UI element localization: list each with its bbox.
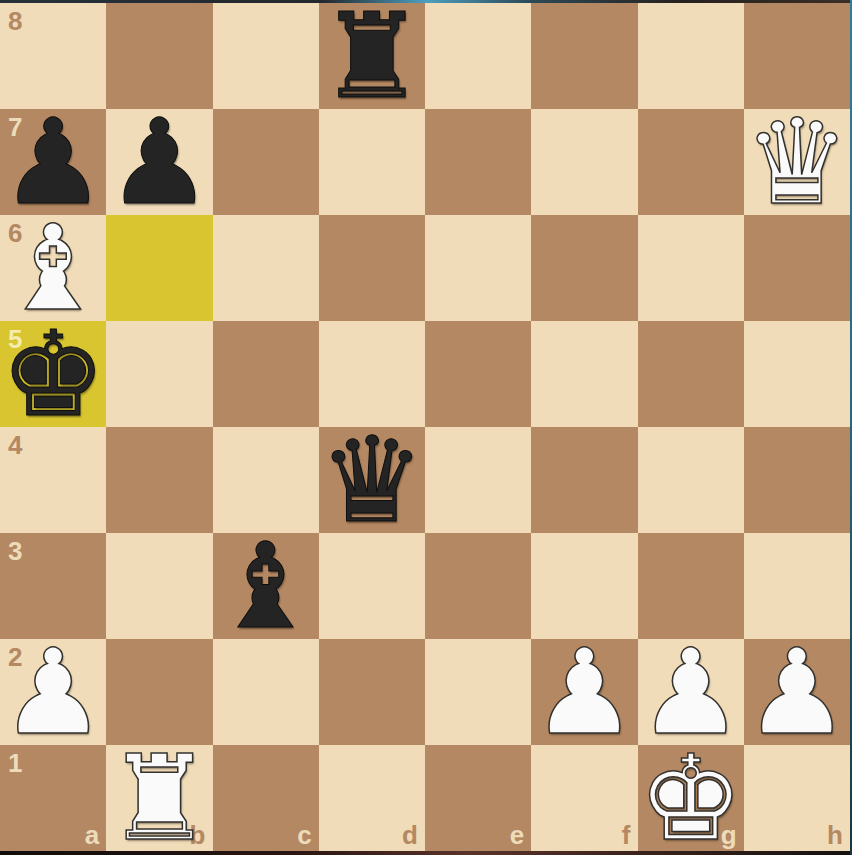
file-label-a: a <box>85 820 99 851</box>
background-bottom-strip <box>0 851 850 855</box>
file-label-h: h <box>827 820 843 851</box>
square-c1[interactable]: c <box>213 745 319 851</box>
square-b7[interactable]: ♟ <box>106 109 212 215</box>
square-f8[interactable] <box>531 3 637 109</box>
square-g1[interactable]: g♚ <box>638 745 744 851</box>
square-f1[interactable]: f <box>531 745 637 851</box>
piece-black-queen[interactable]: ♛ <box>319 427 425 533</box>
piece-white-pawn[interactable]: ♟ <box>744 639 850 745</box>
square-b6[interactable] <box>106 215 212 321</box>
square-h2[interactable]: ♟ <box>744 639 850 745</box>
square-f7[interactable] <box>531 109 637 215</box>
square-g6[interactable] <box>638 215 744 321</box>
rank-label-1: 1 <box>8 748 22 779</box>
square-g4[interactable] <box>638 427 744 533</box>
piece-black-pawn[interactable]: ♟ <box>106 109 212 215</box>
square-a5[interactable]: 5♚ <box>0 321 106 427</box>
square-e7[interactable] <box>425 109 531 215</box>
square-h7[interactable]: ♛ <box>744 109 850 215</box>
piece-white-pawn[interactable]: ♟ <box>0 639 106 745</box>
square-f4[interactable] <box>531 427 637 533</box>
square-e8[interactable] <box>425 3 531 109</box>
square-e6[interactable] <box>425 215 531 321</box>
square-e2[interactable] <box>425 639 531 745</box>
square-d4[interactable]: ♛ <box>319 427 425 533</box>
rank-label-3: 3 <box>8 536 22 567</box>
square-c7[interactable] <box>213 109 319 215</box>
square-f6[interactable] <box>531 215 637 321</box>
square-a1[interactable]: 1a <box>0 745 106 851</box>
square-d3[interactable] <box>319 533 425 639</box>
square-b4[interactable] <box>106 427 212 533</box>
square-g7[interactable] <box>638 109 744 215</box>
square-e3[interactable] <box>425 533 531 639</box>
square-b5[interactable] <box>106 321 212 427</box>
square-c3[interactable]: ♝ <box>213 533 319 639</box>
square-c5[interactable] <box>213 321 319 427</box>
square-h1[interactable]: h <box>744 745 850 851</box>
square-e4[interactable] <box>425 427 531 533</box>
file-label-d: d <box>402 820 418 851</box>
square-h6[interactable] <box>744 215 850 321</box>
square-b3[interactable] <box>106 533 212 639</box>
square-h5[interactable] <box>744 321 850 427</box>
square-f5[interactable] <box>531 321 637 427</box>
square-g8[interactable] <box>638 3 744 109</box>
piece-white-pawn[interactable]: ♟ <box>531 639 637 745</box>
square-c2[interactable] <box>213 639 319 745</box>
square-c6[interactable] <box>213 215 319 321</box>
square-c8[interactable] <box>213 3 319 109</box>
piece-white-queen[interactable]: ♛ <box>744 109 850 215</box>
screen: 8♜7♟♟♛6♝5♚4♛3♝2♟♟♟♟1ab♜cdefg♚h <box>0 0 852 855</box>
square-d8[interactable]: ♜ <box>319 3 425 109</box>
chess-board: 8♜7♟♟♛6♝5♚4♛3♝2♟♟♟♟1ab♜cdefg♚h <box>0 3 850 851</box>
square-h4[interactable] <box>744 427 850 533</box>
rank-label-4: 4 <box>8 430 22 461</box>
square-d1[interactable]: d <box>319 745 425 851</box>
piece-white-rook[interactable]: ♜ <box>106 745 212 851</box>
square-d7[interactable] <box>319 109 425 215</box>
square-f2[interactable]: ♟ <box>531 639 637 745</box>
square-g5[interactable] <box>638 321 744 427</box>
file-label-c: c <box>297 820 311 851</box>
file-label-f: f <box>622 820 631 851</box>
square-d6[interactable] <box>319 215 425 321</box>
square-a4[interactable]: 4 <box>0 427 106 533</box>
square-e1[interactable]: e <box>425 745 531 851</box>
piece-black-rook[interactable]: ♜ <box>319 3 425 109</box>
file-label-e: e <box>510 820 524 851</box>
rank-label-8: 8 <box>8 6 22 37</box>
square-e5[interactable] <box>425 321 531 427</box>
square-b1[interactable]: b♜ <box>106 745 212 851</box>
piece-black-king[interactable]: ♚ <box>0 321 106 427</box>
piece-white-king[interactable]: ♚ <box>638 745 744 851</box>
square-d2[interactable] <box>319 639 425 745</box>
square-a2[interactable]: 2♟ <box>0 639 106 745</box>
piece-black-bishop[interactable]: ♝ <box>213 533 319 639</box>
